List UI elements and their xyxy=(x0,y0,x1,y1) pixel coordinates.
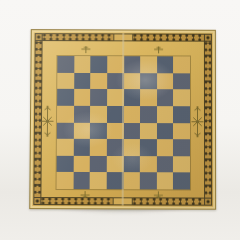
square-h2[interactable] xyxy=(173,156,190,173)
square-b4[interactable] xyxy=(74,122,91,139)
square-c4[interactable] xyxy=(90,122,107,139)
square-h8[interactable] xyxy=(173,56,190,73)
square-b7[interactable] xyxy=(74,73,91,90)
square-b6[interactable] xyxy=(74,89,91,106)
square-b8[interactable] xyxy=(74,56,91,73)
square-c6[interactable] xyxy=(90,89,107,106)
square-h1[interactable] xyxy=(173,173,190,190)
square-a8[interactable] xyxy=(57,56,74,73)
square-f1[interactable] xyxy=(140,173,157,190)
chessboard xyxy=(29,29,216,210)
frieze-corner-tr xyxy=(204,34,212,42)
square-g3[interactable] xyxy=(157,139,174,156)
square-c8[interactable] xyxy=(90,56,107,73)
square-e6[interactable] xyxy=(124,89,141,106)
square-g2[interactable] xyxy=(157,156,174,173)
square-f5[interactable] xyxy=(140,106,157,123)
square-e5[interactable] xyxy=(123,106,140,123)
square-h7[interactable] xyxy=(173,73,190,90)
square-a6[interactable] xyxy=(57,89,74,106)
square-e3[interactable] xyxy=(123,139,140,156)
square-c2[interactable] xyxy=(90,156,107,173)
square-h5[interactable] xyxy=(173,106,190,123)
square-a1[interactable] xyxy=(57,172,74,189)
square-f7[interactable] xyxy=(140,73,157,90)
square-c7[interactable] xyxy=(90,73,107,90)
square-f2[interactable] xyxy=(140,156,157,173)
frieze-corner-br xyxy=(204,198,212,206)
square-c3[interactable] xyxy=(90,139,107,156)
square-a2[interactable] xyxy=(57,156,74,173)
square-f3[interactable] xyxy=(140,139,157,156)
square-a7[interactable] xyxy=(57,73,74,90)
square-e8[interactable] xyxy=(124,56,141,73)
square-e7[interactable] xyxy=(124,73,141,90)
square-e1[interactable] xyxy=(123,173,140,190)
square-e2[interactable] xyxy=(123,156,140,173)
square-b2[interactable] xyxy=(73,156,90,173)
square-c5[interactable] xyxy=(90,106,107,123)
square-g1[interactable] xyxy=(157,173,174,190)
photo-backdrop xyxy=(0,0,240,240)
square-a5[interactable] xyxy=(57,106,74,123)
square-b5[interactable] xyxy=(74,106,91,123)
square-c1[interactable] xyxy=(90,172,107,189)
frieze-corner-bl xyxy=(33,197,41,205)
square-b3[interactable] xyxy=(73,139,90,156)
square-g7[interactable] xyxy=(157,73,174,90)
frieze-right xyxy=(204,34,212,206)
square-e4[interactable] xyxy=(123,123,140,140)
square-f8[interactable] xyxy=(140,56,157,73)
square-h6[interactable] xyxy=(173,89,190,106)
square-g6[interactable] xyxy=(157,89,174,106)
square-a4[interactable] xyxy=(57,122,74,139)
square-f4[interactable] xyxy=(140,123,157,140)
square-f6[interactable] xyxy=(140,89,157,106)
square-g5[interactable] xyxy=(157,106,174,123)
square-b1[interactable] xyxy=(73,172,90,189)
frieze-corner-tl xyxy=(35,33,43,41)
square-h4[interactable] xyxy=(173,123,190,140)
square-g8[interactable] xyxy=(157,56,174,73)
square-h3[interactable] xyxy=(173,139,190,156)
square-g4[interactable] xyxy=(157,123,174,140)
square-a3[interactable] xyxy=(57,139,74,156)
